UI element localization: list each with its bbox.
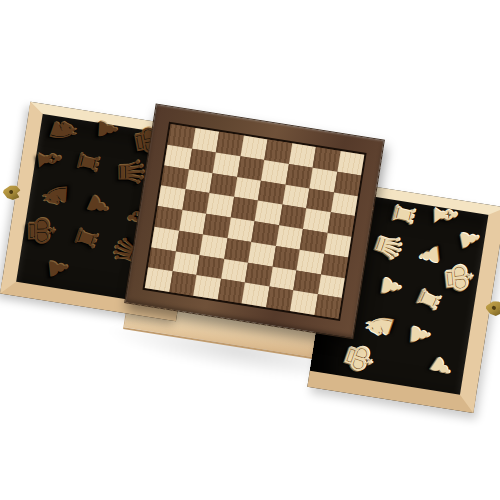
brass-clasp-right-icon: [485, 299, 500, 316]
square-f1[interactable]: [266, 287, 293, 311]
stored-dark-piece-b: ♝: [32, 144, 66, 175]
stored-dark-piece-n: ♞: [38, 180, 72, 211]
stored-dark-piece-r: ♜: [72, 147, 104, 177]
stored-dark-piece-r: ♜: [69, 222, 102, 254]
stored-dark-piece-p: ♟: [81, 189, 114, 221]
stored-light-piece-p: ♟: [377, 273, 405, 299]
stored-light-piece-p: ♟: [407, 323, 434, 347]
stored-light-piece-b: ♝: [430, 201, 461, 229]
square-a1[interactable]: [145, 268, 172, 292]
stored-light-piece-n: ♞: [358, 305, 399, 344]
stored-dark-piece-p: ♟: [45, 255, 72, 280]
square-e1[interactable]: [242, 283, 269, 307]
stored-dark-piece-k: ♚: [22, 214, 60, 248]
product-photo-chess-box: ♞♟♚♟♝♜♛♟♞♟♝♚♜♛♟♟ ♟♜♝♟♞♛♟♚♝♟♜♛♞♟♚♟: [0, 0, 500, 500]
chess-box-scene: ♞♟♚♟♝♜♛♟♞♟♝♚♜♛♟♟ ♟♜♝♟♞♛♟♚♝♟♜♛♞♟♚♟: [0, 0, 500, 500]
square-d1[interactable]: [217, 279, 244, 303]
stored-dark-piece-p: ♟: [93, 117, 120, 141]
square-b1[interactable]: [169, 271, 196, 295]
stored-light-piece-k: ♚: [438, 260, 478, 297]
stored-light-piece-r: ♜: [388, 199, 420, 229]
square-g1[interactable]: [290, 291, 317, 315]
brass-clasp-left-icon: [2, 184, 21, 201]
stored-light-piece-p: ♟: [425, 352, 457, 383]
square-h1[interactable]: [314, 294, 341, 318]
stored-light-piece-q: ♛: [367, 227, 409, 267]
board-grid: [142, 122, 366, 321]
stored-light-piece-k: ♚: [336, 337, 381, 379]
chess-board-lid: [124, 103, 385, 339]
square-c1[interactable]: [193, 275, 220, 299]
stored-light-piece-p: ♟: [455, 227, 483, 253]
